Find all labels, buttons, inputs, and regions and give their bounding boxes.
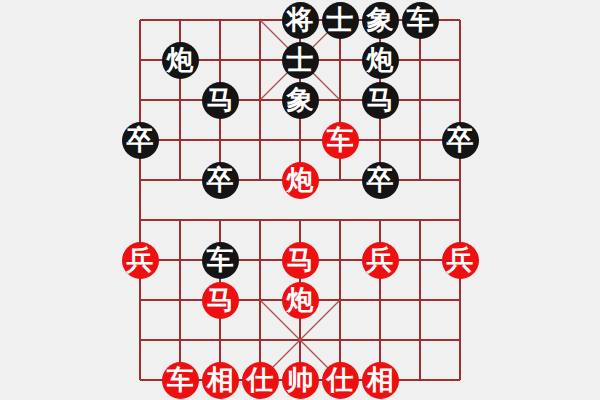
board-point[interactable]: 车 [160, 360, 200, 400]
piece-red-chariot[interactable]: 车 [162, 362, 199, 399]
board-point[interactable] [440, 160, 480, 200]
board-point[interactable] [160, 160, 200, 200]
piece-red-cannon[interactable]: 炮 [282, 162, 319, 199]
board-point[interactable] [320, 240, 360, 280]
board-point[interactable] [200, 120, 240, 160]
board-point[interactable] [360, 200, 400, 240]
piece-black-soldier[interactable]: 卒 [442, 122, 479, 159]
board-point[interactable]: 炮 [160, 40, 200, 80]
board-point[interactable] [120, 0, 160, 40]
board-point[interactable] [160, 120, 200, 160]
board-point[interactable] [120, 320, 160, 360]
board-point[interactable] [440, 40, 480, 80]
piece-black-chariot[interactable]: 车 [202, 242, 239, 279]
board-point[interactable] [200, 200, 240, 240]
board-point[interactable]: 士 [280, 40, 320, 80]
board-point[interactable] [400, 80, 440, 120]
piece-red-horse[interactable]: 马 [202, 282, 239, 319]
board-point[interactable] [120, 80, 160, 120]
board-point[interactable]: 炮 [360, 40, 400, 80]
piece-red-advisor[interactable]: 仕 [242, 362, 279, 399]
board-point[interactable] [440, 280, 480, 320]
board-point[interactable] [320, 160, 360, 200]
piece-red-elephant[interactable]: 相 [202, 362, 239, 399]
piece-black-soldier[interactable]: 卒 [122, 122, 159, 159]
board-point[interactable] [240, 160, 280, 200]
board-point[interactable] [160, 200, 200, 240]
board-point[interactable] [400, 160, 440, 200]
board-point[interactable] [320, 320, 360, 360]
board-point[interactable]: 车 [200, 240, 240, 280]
board-point[interactable] [120, 280, 160, 320]
board-point[interactable] [120, 160, 160, 200]
piece-red-horse[interactable]: 马 [282, 242, 319, 279]
board-point[interactable] [320, 280, 360, 320]
board-point[interactable] [440, 0, 480, 40]
board-point[interactable]: 相 [200, 360, 240, 400]
board-point[interactable] [400, 240, 440, 280]
board-point[interactable]: 将 [280, 0, 320, 40]
board-point[interactable]: 马 [200, 280, 240, 320]
board-point[interactable] [400, 280, 440, 320]
piece-black-horse[interactable]: 马 [362, 82, 399, 119]
board-point[interactable]: 炮 [280, 160, 320, 200]
board-point[interactable]: 兵 [120, 240, 160, 280]
board-point[interactable]: 马 [200, 80, 240, 120]
board-point[interactable] [160, 240, 200, 280]
board-point[interactable]: 象 [360, 0, 400, 40]
board-point[interactable]: 相 [360, 360, 400, 400]
board-point[interactable]: 士 [320, 0, 360, 40]
board-point[interactable]: 车 [400, 0, 440, 40]
board-point[interactable] [320, 200, 360, 240]
piece-black-cannon[interactable]: 炮 [162, 42, 199, 79]
board-point[interactable] [320, 40, 360, 80]
piece-black-advisor[interactable]: 士 [322, 2, 359, 39]
board-point[interactable] [280, 120, 320, 160]
board-point[interactable]: 卒 [360, 160, 400, 200]
piece-red-soldier[interactable]: 兵 [442, 242, 479, 279]
board-point[interactable] [120, 360, 160, 400]
board-point[interactable] [240, 240, 280, 280]
board-point[interactable] [320, 80, 360, 120]
board-point[interactable] [440, 320, 480, 360]
board-point[interactable] [400, 320, 440, 360]
board-point[interactable] [280, 320, 320, 360]
piece-black-elephant[interactable]: 象 [362, 2, 399, 39]
board-point[interactable] [400, 360, 440, 400]
piece-red-elephant[interactable]: 相 [362, 362, 399, 399]
board-point[interactable] [440, 80, 480, 120]
board-point[interactable] [400, 40, 440, 80]
board-point[interactable] [160, 320, 200, 360]
piece-black-horse[interactable]: 马 [202, 82, 239, 119]
piece-red-chariot[interactable]: 车 [322, 122, 359, 159]
board-point[interactable] [360, 320, 400, 360]
piece-black-chariot[interactable]: 车 [402, 2, 439, 39]
board-point[interactable]: 兵 [440, 240, 480, 280]
piece-black-advisor[interactable]: 士 [282, 42, 319, 79]
board-point[interactable] [160, 280, 200, 320]
board-point[interactable] [200, 40, 240, 80]
board-point[interactable] [240, 80, 280, 120]
xiangqi-diagram: 将士象车炮士炮马象马卒车卒卒炮卒兵车马兵兵马炮车相仕帅仕相 [0, 0, 600, 400]
board-point[interactable]: 仕 [320, 360, 360, 400]
board-point[interactable] [240, 320, 280, 360]
board-point[interactable]: 象 [280, 80, 320, 120]
board-point[interactable] [440, 360, 480, 400]
board-point[interactable] [240, 280, 280, 320]
board-point[interactable]: 仕 [240, 360, 280, 400]
board-point[interactable] [440, 200, 480, 240]
board-point[interactable] [240, 0, 280, 40]
board-point[interactable] [200, 320, 240, 360]
board-point[interactable]: 帅 [280, 360, 320, 400]
board-point[interactable] [200, 0, 240, 40]
piece-black-cannon[interactable]: 炮 [362, 42, 399, 79]
board-point[interactable]: 兵 [360, 240, 400, 280]
board-point[interactable] [360, 120, 400, 160]
board-point[interactable]: 卒 [440, 120, 480, 160]
board-point[interactable]: 卒 [120, 120, 160, 160]
piece-black-general[interactable]: 将 [282, 2, 319, 39]
piece-red-advisor[interactable]: 仕 [322, 362, 359, 399]
board-point[interactable] [400, 200, 440, 240]
board-point[interactable] [240, 200, 280, 240]
piece-black-elephant[interactable]: 象 [282, 82, 319, 119]
board-point[interactable]: 车 [320, 120, 360, 160]
board-point[interactable] [360, 280, 400, 320]
board-point[interactable]: 炮 [280, 280, 320, 320]
board-point[interactable]: 马 [360, 80, 400, 120]
board-point[interactable] [240, 120, 280, 160]
board-point[interactable] [120, 40, 160, 80]
piece-black-soldier[interactable]: 卒 [362, 162, 399, 199]
xiangqi-board: 将士象车炮士炮马象马卒车卒卒炮卒兵车马兵兵马炮车相仕帅仕相 [120, 0, 480, 400]
piece-red-soldier[interactable]: 兵 [122, 242, 159, 279]
board-point[interactable] [400, 120, 440, 160]
board-point[interactable] [240, 40, 280, 80]
piece-black-soldier[interactable]: 卒 [202, 162, 239, 199]
board-point[interactable]: 卒 [200, 160, 240, 200]
board-point[interactable] [160, 80, 200, 120]
piece-red-cannon[interactable]: 炮 [282, 282, 319, 319]
board-point[interactable] [160, 0, 200, 40]
piece-red-soldier[interactable]: 兵 [362, 242, 399, 279]
board-point[interactable] [280, 200, 320, 240]
piece-red-general[interactable]: 帅 [282, 362, 319, 399]
board-point[interactable] [120, 200, 160, 240]
board-point[interactable]: 马 [280, 240, 320, 280]
